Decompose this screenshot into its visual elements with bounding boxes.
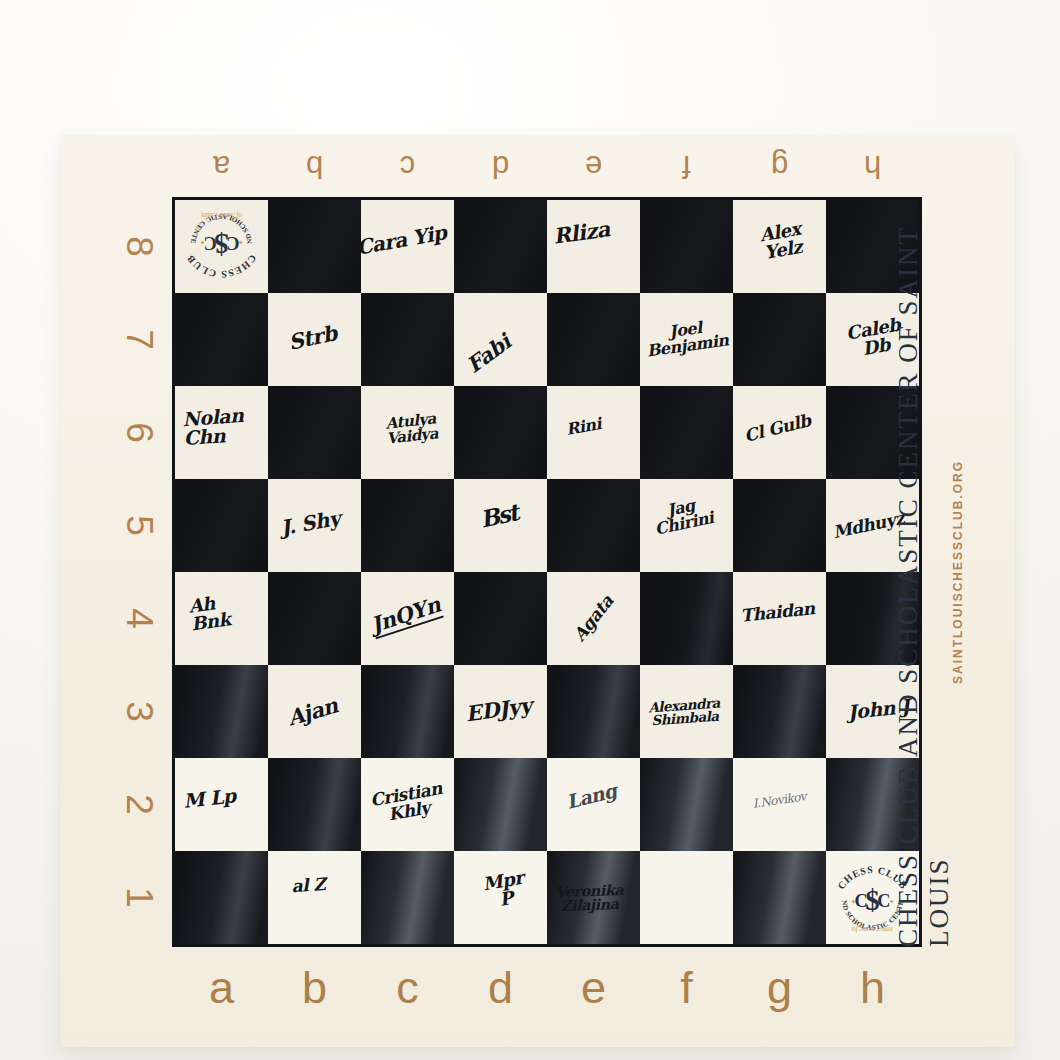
square-f1 [640, 851, 733, 944]
logo-star-right-icon: ✦ [889, 898, 895, 905]
file-label-bottom-e: e [547, 955, 640, 1021]
file-label-bottom-f: f [640, 955, 733, 1021]
square-f5: Jag Chirini [640, 479, 733, 572]
signature-g2: I.Novikov [727, 748, 832, 853]
file-label-bottom-c: c [361, 955, 454, 1021]
file-label-top-c: c [361, 139, 454, 193]
square-e7 [547, 293, 640, 386]
square-g5 [733, 479, 826, 572]
square-d8 [454, 200, 547, 293]
square-g6: Cl Gulb [733, 386, 826, 479]
square-e3 [547, 665, 640, 758]
square-a6: Nolan Chn [175, 386, 268, 479]
square-d2 [454, 758, 547, 851]
square-g4: Thaidan [733, 572, 826, 665]
side-url-text: SAINTLOUISCHESSCLUB.ORG [948, 197, 968, 947]
file-label-top-f: f [640, 139, 733, 193]
square-b4 [268, 572, 361, 665]
square-g1 [733, 851, 826, 944]
file-label-bottom-d: d [454, 955, 547, 1021]
signature-e2: Lang [535, 740, 648, 853]
vinyl-board: abcdefgh 87654321 Cara YipRlizaAlex Yelz… [60, 135, 1015, 1047]
square-d7: Fabi [454, 293, 547, 386]
square-b5: J. Shy [268, 479, 361, 572]
square-c3 [361, 665, 454, 758]
signature-b5: J. Shy [257, 470, 365, 578]
signature-a4: Ah Bnk [157, 560, 262, 665]
chess-board-grid: Cara YipRlizaAlex YelzStrbFabiJoel Benja… [172, 197, 922, 947]
square-b3: Ajan [268, 665, 361, 758]
square-a1 [175, 851, 268, 944]
rank-labels-left: 87654321 [110, 200, 168, 944]
file-label-bottom-b: b [268, 955, 361, 1021]
file-label-top-b: b [268, 139, 361, 193]
square-e8: Rliza [547, 200, 640, 293]
signature-c8: Cara Yip [348, 187, 456, 295]
square-d1: Mpr P [454, 851, 547, 944]
square-c5 [361, 479, 454, 572]
square-g8: Alex Yelz [733, 200, 826, 293]
signature-e1: Veronika Zilajina [541, 849, 637, 945]
square-f6 [640, 386, 733, 479]
club-logo-h1: CHESS CLUB AND SCHOLASTIC CENTER ✦ C $ C… [829, 854, 916, 941]
square-g3 [733, 665, 826, 758]
file-label-bottom-a: a [175, 955, 268, 1021]
signature-g4: Thaidan [726, 561, 828, 663]
file-label-top-a: a [175, 139, 268, 193]
square-b6 [268, 386, 361, 479]
square-f4 [640, 572, 733, 665]
file-label-top-e: e [547, 139, 640, 193]
signature-c6: Atulya Vaidya [360, 377, 462, 479]
square-c4: JnQYn [361, 572, 454, 665]
square-e5 [547, 479, 640, 572]
square-e6: Rini [547, 386, 640, 479]
square-d5: Bst [454, 479, 547, 572]
square-a3 [175, 665, 268, 758]
square-c2: Cristian Khly [361, 758, 454, 851]
square-c7 [361, 293, 454, 386]
square-a2: M Lp [175, 758, 268, 851]
club-logo-a8: CHESS CLUB AND SCHOLASTIC CENTER ✦ C $ C… [178, 203, 265, 290]
square-a4: Ah Bnk [175, 572, 268, 665]
square-c6: Atulya Vaidya [361, 386, 454, 479]
signature-b7: Strb [257, 282, 367, 392]
square-b8 [268, 200, 361, 293]
square-f2 [640, 758, 733, 851]
square-a7 [175, 293, 268, 386]
file-label-bottom-h: h [826, 955, 919, 1021]
square-b1: al Z [268, 851, 361, 944]
square-e2: Lang [547, 758, 640, 851]
logo-star-right-icon: ✦ [199, 239, 205, 246]
square-f7: Joel Benjamin [640, 293, 733, 386]
signature-a2: M Lp [158, 747, 260, 849]
signature-g8: Alex Yelz [728, 187, 836, 295]
square-c8: Cara Yip [361, 200, 454, 293]
logo-script-text: of Saint Louis [201, 211, 242, 220]
file-label-top-d: d [454, 139, 547, 193]
signature-a6: Nolan Chn [164, 377, 263, 476]
square-g7 [733, 293, 826, 386]
signature-f7: Joel Benjamin [634, 285, 739, 390]
signature-c4: JnQYn [347, 556, 464, 673]
signature-f3: Alexandra Shimbala [635, 662, 734, 761]
file-label-top-g: g [733, 139, 826, 193]
signature-b3: Ajan [255, 654, 370, 769]
square-d3: EDJyy [454, 665, 547, 758]
signature-c2: Cristian Khly [354, 749, 462, 857]
square-f8 [640, 200, 733, 293]
square-b7: Strb [268, 293, 361, 386]
file-label-bottom-g: g [733, 955, 826, 1021]
square-f3: Alexandra Shimbala [640, 665, 733, 758]
square-c1 [361, 851, 454, 944]
square-b2 [268, 758, 361, 851]
logo-script-text: of Saint Louis [852, 924, 893, 933]
square-g2: I.Novikov [733, 758, 826, 851]
signature-d1: Mpr P [451, 836, 559, 944]
square-d6 [454, 386, 547, 479]
square-a5 [175, 479, 268, 572]
file-labels-bottom: abcdefgh [175, 955, 919, 1021]
square-d4 [454, 572, 547, 665]
file-labels-top: abcdefgh [175, 139, 919, 193]
square-e1: Veronika Zilajina [547, 851, 640, 944]
signature-g6: Cl Gulb [721, 372, 834, 485]
file-label-top-h: h [826, 139, 919, 193]
signature-b1: al Z [259, 836, 358, 935]
square-e4: Agata [547, 572, 640, 665]
side-title-text: CHESS CLUB AND SCHOLASTIC CENTER OF SAIN… [902, 197, 946, 947]
signature-d3: EDJyy [446, 657, 551, 762]
